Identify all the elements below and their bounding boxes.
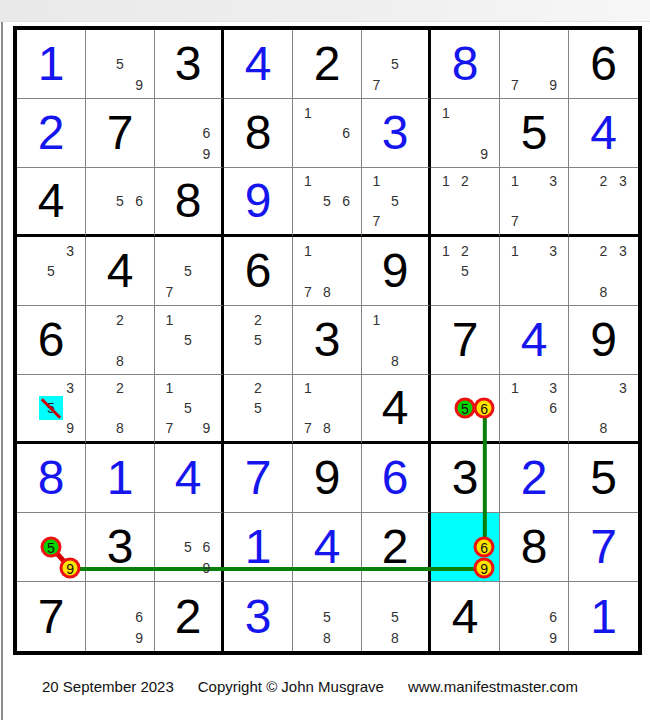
given-digit: 4 xyxy=(86,237,154,305)
given-digit: 5 xyxy=(500,99,568,167)
pencil-mark-5: 5 xyxy=(184,264,192,278)
pencil-mark-2: 2 xyxy=(461,244,469,258)
given-digit: 3 xyxy=(155,30,221,98)
entered-digit: 4 xyxy=(293,513,361,581)
given-digit: 3 xyxy=(86,513,154,581)
pencil-mark-7: 7 xyxy=(166,285,174,299)
chain-candidate-6-yellow: 6 xyxy=(474,398,495,419)
pencil-mark-1: 1 xyxy=(166,313,174,327)
pencil-mark-7: 7 xyxy=(373,78,381,92)
pencil-mark-9: 9 xyxy=(549,78,557,92)
given-digit: 4 xyxy=(362,375,428,441)
pencil-mark-6: 6 xyxy=(549,401,557,415)
cell-r5c3[interactable]: 15 xyxy=(155,306,224,375)
pencil-mark-7: 7 xyxy=(373,214,381,228)
cell-r7c9[interactable]: 5 xyxy=(569,444,638,513)
pencil-mark-5: 5 xyxy=(254,333,262,347)
entered-digit: 3 xyxy=(362,99,428,167)
cell-r4c8[interactable]: 13 xyxy=(500,237,569,306)
pencil-mark-9: 9 xyxy=(203,421,211,435)
cell-r5c5[interactable]: 3 xyxy=(293,306,362,375)
cell-r3c5[interactable]: 156 xyxy=(293,168,362,237)
pencil-mark-6: 6 xyxy=(203,540,211,554)
chain-candidate-9-yellow: 9 xyxy=(60,558,81,579)
pencil-mark-9: 9 xyxy=(135,78,143,92)
pencil-mark-5: 5 xyxy=(47,264,55,278)
entered-digit: 4 xyxy=(500,306,568,374)
pencil-mark-6: 6 xyxy=(203,126,211,140)
pencil-mark-2: 2 xyxy=(600,244,608,258)
pencil-mark-1: 1 xyxy=(373,313,381,327)
eliminated-candidate-5: 5 xyxy=(39,396,63,420)
cell-r3c2[interactable]: 56 xyxy=(86,168,155,237)
cell-r6c7[interactable]: 56 xyxy=(431,375,500,444)
given-digit: 8 xyxy=(155,168,221,234)
entered-digit: 4 xyxy=(569,99,638,167)
entered-digit: 2 xyxy=(500,444,568,512)
cell-r3c9[interactable]: 23 xyxy=(569,168,638,237)
pencil-mark-9: 9 xyxy=(135,631,143,645)
cell-r9c5[interactable]: 58 xyxy=(293,582,362,651)
entered-digit: 4 xyxy=(224,30,292,98)
cell-r1c4[interactable]: 4 xyxy=(224,30,293,99)
cell-r4c5[interactable]: 178 xyxy=(293,237,362,306)
footer: 20 September 2023 Copyright © John Musgr… xyxy=(0,678,650,695)
cell-r8c7[interactable]: 69 xyxy=(431,513,500,582)
sudoku-board: 1593425787962769816319544568915615712137… xyxy=(13,26,642,655)
given-digit: 8 xyxy=(500,513,568,581)
cell-r3c4[interactable]: 9 xyxy=(224,168,293,237)
pencil-mark-5: 5 xyxy=(391,610,399,624)
chain-candidate-6-yellow: 6 xyxy=(474,537,495,558)
pencil-mark-8: 8 xyxy=(116,354,124,368)
entered-digit: 4 xyxy=(155,444,221,512)
cell-r4c2[interactable]: 4 xyxy=(86,237,155,306)
pencil-mark-1: 1 xyxy=(511,174,519,188)
pencil-mark-1: 1 xyxy=(304,174,312,188)
pencil-mark-1: 1 xyxy=(166,381,174,395)
sudoku-app-page: 1593425787962769816319544568915615712137… xyxy=(0,0,650,720)
cell-r6c1[interactable]: 359 xyxy=(17,375,86,444)
cell-r4c4[interactable]: 6 xyxy=(224,237,293,306)
pencil-mark-3: 3 xyxy=(66,381,74,395)
pencil-mark-5: 5 xyxy=(184,540,192,554)
cell-r4c6[interactable]: 9 xyxy=(362,237,431,306)
pencil-mark-9: 9 xyxy=(203,561,211,575)
pencil-mark-3: 3 xyxy=(619,174,627,188)
entered-digit: 1 xyxy=(224,513,292,581)
cell-r7c3[interactable]: 4 xyxy=(155,444,224,513)
pencil-mark-8: 8 xyxy=(600,421,608,435)
given-digit: 7 xyxy=(431,306,499,374)
cell-r3c3[interactable]: 8 xyxy=(155,168,224,237)
cell-r2c3[interactable]: 69 xyxy=(155,99,224,168)
cell-r8c6[interactable]: 2 xyxy=(362,513,431,582)
cell-r6c9[interactable]: 38 xyxy=(569,375,638,444)
cell-r1c3[interactable]: 3 xyxy=(155,30,224,99)
pencil-mark-2: 2 xyxy=(254,313,262,327)
cell-r6c8[interactable]: 136 xyxy=(500,375,569,444)
cell-r7c1[interactable]: 8 xyxy=(17,444,86,513)
cell-r5c8[interactable]: 4 xyxy=(500,306,569,375)
given-digit: 5 xyxy=(569,444,638,512)
cell-r2c4[interactable]: 8 xyxy=(224,99,293,168)
footer-website[interactable]: www.manifestmaster.com xyxy=(408,678,578,695)
pencil-mark-1: 1 xyxy=(304,381,312,395)
pencil-mark-3: 3 xyxy=(619,244,627,258)
pencil-mark-6: 6 xyxy=(342,126,350,140)
cell-r6c3[interactable]: 1579 xyxy=(155,375,224,444)
cell-r2c8[interactable]: 5 xyxy=(500,99,569,168)
pencil-mark-7: 7 xyxy=(304,421,312,435)
cell-r3c8[interactable]: 137 xyxy=(500,168,569,237)
cell-r8c1[interactable]: 59 xyxy=(17,513,86,582)
cell-r6c6[interactable]: 4 xyxy=(362,375,431,444)
pencil-mark-7: 7 xyxy=(304,285,312,299)
cell-r7c7[interactable]: 3 xyxy=(431,444,500,513)
pencil-mark-1: 1 xyxy=(511,244,519,258)
pencil-mark-1: 1 xyxy=(442,106,450,120)
pencil-mark-5: 5 xyxy=(184,333,192,347)
cell-r7c2[interactable]: 1 xyxy=(86,444,155,513)
cell-r5c4[interactable]: 25 xyxy=(224,306,293,375)
pencil-mark-9: 9 xyxy=(480,147,488,161)
cell-r7c4[interactable]: 7 xyxy=(224,444,293,513)
given-digit: 9 xyxy=(293,444,361,512)
cell-r1c1[interactable]: 1 xyxy=(17,30,86,99)
pencil-mark-6: 6 xyxy=(549,610,557,624)
cell-r1c9[interactable]: 6 xyxy=(569,30,638,99)
given-digit: 7 xyxy=(86,99,154,167)
pencil-mark-5: 5 xyxy=(116,194,124,208)
cell-r1c7[interactable]: 8 xyxy=(431,30,500,99)
cell-r9c4[interactable]: 3 xyxy=(224,582,293,651)
chain-candidate-5-green: 5 xyxy=(41,537,62,558)
cell-r7c8[interactable]: 2 xyxy=(500,444,569,513)
pencil-mark-7: 7 xyxy=(166,421,174,435)
entered-digit: 1 xyxy=(17,30,85,98)
given-digit: 2 xyxy=(155,582,221,651)
given-digit: 6 xyxy=(569,30,638,98)
pencil-mark-5: 5 xyxy=(323,610,331,624)
window-left-edge xyxy=(1,0,3,720)
entered-digit: 7 xyxy=(569,513,638,581)
entered-digit: 7 xyxy=(224,444,292,512)
pencil-mark-8: 8 xyxy=(391,631,399,645)
entered-digit: 8 xyxy=(17,444,85,512)
cell-r7c5[interactable]: 9 xyxy=(293,444,362,513)
entered-digit: 6 xyxy=(362,444,428,512)
pencil-mark-9: 9 xyxy=(549,631,557,645)
entered-digit: 2 xyxy=(17,99,85,167)
cell-r7c6[interactable]: 6 xyxy=(362,444,431,513)
cell-r2c1[interactable]: 2 xyxy=(17,99,86,168)
cell-r6c4[interactable]: 25 xyxy=(224,375,293,444)
given-digit: 3 xyxy=(431,444,499,512)
pencil-mark-9: 9 xyxy=(66,421,74,435)
cell-r2c6[interactable]: 3 xyxy=(362,99,431,168)
cell-r1c6[interactable]: 57 xyxy=(362,30,431,99)
cell-r9c8[interactable]: 69 xyxy=(500,582,569,651)
cell-r9c1[interactable]: 7 xyxy=(17,582,86,651)
cell-r9c9[interactable]: 1 xyxy=(569,582,638,651)
pencil-mark-8: 8 xyxy=(323,421,331,435)
pencil-mark-3: 3 xyxy=(66,244,74,258)
cell-r9c2[interactable]: 69 xyxy=(86,582,155,651)
pencil-mark-8: 8 xyxy=(600,285,608,299)
cell-r3c6[interactable]: 157 xyxy=(362,168,431,237)
pencil-mark-5: 5 xyxy=(254,401,262,415)
cell-r9c7[interactable]: 4 xyxy=(431,582,500,651)
cell-r8c5[interactable]: 4 xyxy=(293,513,362,582)
given-digit: 9 xyxy=(362,237,428,305)
pencil-mark-3: 3 xyxy=(549,174,557,188)
given-digit: 4 xyxy=(17,168,85,234)
cell-r5c7[interactable]: 7 xyxy=(431,306,500,375)
cell-r8c8[interactable]: 8 xyxy=(500,513,569,582)
cell-r6c2[interactable]: 28 xyxy=(86,375,155,444)
pencil-mark-5: 5 xyxy=(391,194,399,208)
pencil-mark-1: 1 xyxy=(442,244,450,258)
cell-r1c2[interactable]: 59 xyxy=(86,30,155,99)
pencil-mark-1: 1 xyxy=(304,244,312,258)
pencil-mark-3: 3 xyxy=(549,244,557,258)
entered-digit: 8 xyxy=(431,30,499,98)
chain-candidate-9-yellow: 9 xyxy=(474,558,495,579)
pencil-mark-5: 5 xyxy=(391,57,399,71)
entered-digit: 1 xyxy=(86,444,154,512)
pencil-mark-5: 5 xyxy=(323,194,331,208)
cell-r9c3[interactable]: 2 xyxy=(155,582,224,651)
pencil-mark-3: 3 xyxy=(619,381,627,395)
pencil-mark-1: 1 xyxy=(373,174,381,188)
entered-digit: 1 xyxy=(569,582,638,651)
pencil-mark-8: 8 xyxy=(323,631,331,645)
pencil-mark-6: 6 xyxy=(135,610,143,624)
pencil-mark-6: 6 xyxy=(342,194,350,208)
cell-r8c4[interactable]: 1 xyxy=(224,513,293,582)
footer-date: 20 September 2023 xyxy=(42,678,174,695)
cell-r2c5[interactable]: 16 xyxy=(293,99,362,168)
cell-r4c3[interactable]: 57 xyxy=(155,237,224,306)
pencil-mark-2: 2 xyxy=(254,381,262,395)
pencil-mark-8: 8 xyxy=(391,354,399,368)
given-digit: 3 xyxy=(293,306,361,374)
pencil-mark-6: 6 xyxy=(135,194,143,208)
cell-r1c5[interactable]: 2 xyxy=(293,30,362,99)
pencil-mark-1: 1 xyxy=(511,381,519,395)
cell-r4c1[interactable]: 35 xyxy=(17,237,86,306)
given-digit: 4 xyxy=(431,582,499,651)
given-digit: 2 xyxy=(293,30,361,98)
pencil-mark-7: 7 xyxy=(511,214,519,228)
pencil-mark-7: 7 xyxy=(511,78,519,92)
cell-r8c9[interactable]: 7 xyxy=(569,513,638,582)
given-digit: 6 xyxy=(17,306,85,374)
given-digit: 6 xyxy=(224,237,292,305)
cell-r6c5[interactable]: 178 xyxy=(293,375,362,444)
cell-r4c9[interactable]: 238 xyxy=(569,237,638,306)
cell-r3c7[interactable]: 12 xyxy=(431,168,500,237)
given-digit: 2 xyxy=(362,513,428,581)
cell-r5c6[interactable]: 18 xyxy=(362,306,431,375)
pencil-mark-9: 9 xyxy=(203,147,211,161)
footer-copyright: Copyright © John Musgrave xyxy=(198,678,384,695)
given-digit: 7 xyxy=(17,582,85,651)
cell-r8c2[interactable]: 3 xyxy=(86,513,155,582)
cell-r2c2[interactable]: 7 xyxy=(86,99,155,168)
cell-r1c8[interactable]: 79 xyxy=(500,30,569,99)
pencil-mark-1: 1 xyxy=(304,106,312,120)
pencil-mark-5: 5 xyxy=(116,57,124,71)
cell-r8c3[interactable]: 569 xyxy=(155,513,224,582)
pencil-mark-8: 8 xyxy=(116,421,124,435)
cell-r9c6[interactable]: 58 xyxy=(362,582,431,651)
pencil-mark-2: 2 xyxy=(461,174,469,188)
pencil-mark-2: 2 xyxy=(116,381,124,395)
cell-r5c2[interactable]: 28 xyxy=(86,306,155,375)
pencil-mark-8: 8 xyxy=(323,285,331,299)
pencil-mark-1: 1 xyxy=(442,174,450,188)
entered-digit: 9 xyxy=(224,168,292,234)
pencil-mark-2: 2 xyxy=(600,174,608,188)
chain-candidate-5-green: 5 xyxy=(455,398,476,419)
pencil-mark-2: 2 xyxy=(116,313,124,327)
given-digit: 8 xyxy=(224,99,292,167)
cell-r5c9[interactable]: 9 xyxy=(569,306,638,375)
cell-r2c9[interactable]: 4 xyxy=(569,99,638,168)
cell-r5c1[interactable]: 6 xyxy=(17,306,86,375)
cell-r4c7[interactable]: 125 xyxy=(431,237,500,306)
pencil-mark-3: 3 xyxy=(549,381,557,395)
pencil-mark-5: 5 xyxy=(184,401,192,415)
entered-digit: 3 xyxy=(224,582,292,651)
cell-r2c7[interactable]: 19 xyxy=(431,99,500,168)
given-digit: 9 xyxy=(569,306,638,374)
pencil-mark-5: 5 xyxy=(461,264,469,278)
window-title-bar xyxy=(0,0,650,22)
cell-r3c1[interactable]: 4 xyxy=(17,168,86,237)
